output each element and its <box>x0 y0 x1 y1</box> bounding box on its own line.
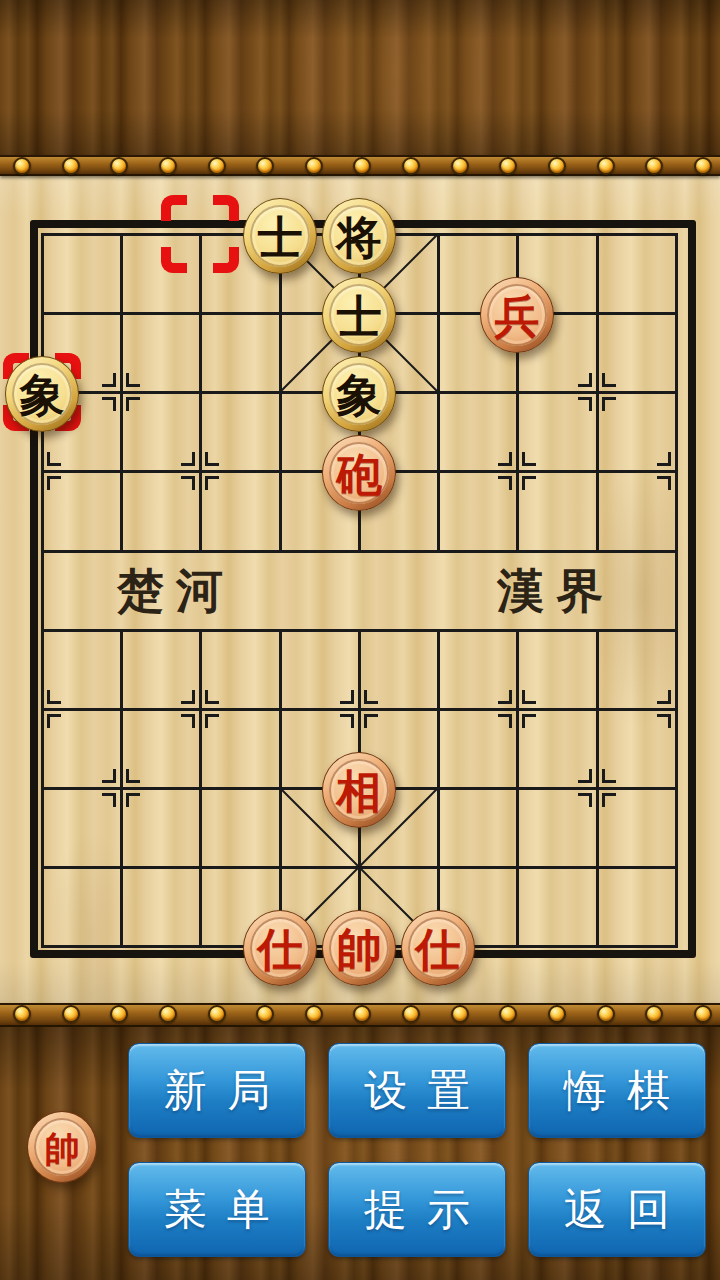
point-marker <box>205 452 219 466</box>
xiangqi-game-screen: 楚河 漢界 士将士兵象象砲相仕帥仕 帥 新局 设置 悔棋 菜单 提示 返回 <box>0 0 720 1280</box>
stud-icon <box>13 157 31 175</box>
point-marker <box>102 793 116 807</box>
hint-button[interactable]: 提示 <box>328 1162 506 1257</box>
stud-icon <box>305 1005 323 1023</box>
point-marker <box>47 690 61 704</box>
piece-face: 仕 <box>250 917 310 979</box>
settings-button[interactable]: 设置 <box>328 1043 506 1138</box>
piece-glyph: 仕 <box>258 925 303 972</box>
piece-red-elephant[interactable]: 相 <box>322 752 396 828</box>
stud-icon <box>208 1005 226 1023</box>
last-move-corner <box>213 247 239 273</box>
piece-face: 相 <box>329 759 389 821</box>
grid-line <box>41 233 44 948</box>
point-marker <box>657 452 671 466</box>
piece-black-general[interactable]: 将 <box>322 198 396 274</box>
point-marker <box>181 452 195 466</box>
piece-glyph: 帥 <box>337 925 382 972</box>
piece-glyph: 士 <box>258 213 303 260</box>
back-button[interactable]: 返回 <box>528 1162 706 1257</box>
piece-black-elephant[interactable]: 象 <box>5 356 79 432</box>
piece-face: 士 <box>329 284 389 346</box>
point-marker <box>181 476 195 490</box>
stud-icon <box>694 157 712 175</box>
piece-face: 士 <box>250 205 310 267</box>
point-marker <box>47 714 61 728</box>
turn-indicator-glyph: 帥 <box>45 1129 80 1166</box>
point-marker <box>498 452 512 466</box>
point-marker <box>364 714 378 728</box>
point-marker <box>602 769 616 783</box>
stud-icon <box>645 157 663 175</box>
stud-icon <box>645 1005 663 1023</box>
point-marker <box>181 690 195 704</box>
stud-icon <box>451 157 469 175</box>
piece-glyph: 象 <box>337 371 382 418</box>
piece-black-elephant[interactable]: 象 <box>322 356 396 432</box>
stud-icon <box>353 1005 371 1023</box>
grid-line <box>675 233 678 948</box>
stud-icon <box>548 1005 566 1023</box>
piece-face: 将 <box>329 205 389 267</box>
stud-icon <box>694 1005 712 1023</box>
stud-icon <box>548 157 566 175</box>
stud-icon <box>13 1005 31 1023</box>
last-move-corner <box>213 195 239 221</box>
undo-button[interactable]: 悔棋 <box>528 1043 706 1138</box>
point-marker <box>47 452 61 466</box>
point-marker <box>522 452 536 466</box>
stud-icon <box>597 1005 615 1023</box>
stud-icon <box>305 157 323 175</box>
point-marker <box>602 373 616 387</box>
point-marker <box>578 373 592 387</box>
point-marker <box>364 690 378 704</box>
piece-red-advisor[interactable]: 仕 <box>243 910 317 986</box>
turn-indicator-red-general: 帥 <box>27 1111 97 1183</box>
stud-icon <box>597 157 615 175</box>
grid-line <box>199 629 202 947</box>
point-marker <box>522 714 536 728</box>
point-marker <box>498 690 512 704</box>
stud-icon <box>110 157 128 175</box>
point-marker <box>578 769 592 783</box>
piece-face: 象 <box>329 363 389 425</box>
river-label-han-jie: 漢界 <box>470 560 630 623</box>
point-marker <box>602 397 616 411</box>
stud-icon <box>62 157 80 175</box>
stud-icon <box>159 1005 177 1023</box>
piece-red-cannon[interactable]: 砲 <box>322 435 396 511</box>
point-marker <box>205 690 219 704</box>
piece-glyph: 象 <box>20 371 65 418</box>
point-marker <box>126 397 140 411</box>
point-marker <box>181 714 195 728</box>
grid-line <box>596 629 599 947</box>
point-marker <box>102 397 116 411</box>
point-marker <box>578 397 592 411</box>
point-marker <box>498 476 512 490</box>
stud-icon <box>499 157 517 175</box>
menu-button[interactable]: 菜单 <box>128 1162 306 1257</box>
last-move-corner <box>161 195 187 221</box>
point-marker <box>657 690 671 704</box>
piece-black-advisor[interactable]: 士 <box>243 198 317 274</box>
piece-face: 象 <box>12 363 72 425</box>
grid-line <box>596 233 599 552</box>
piece-red-soldier[interactable]: 兵 <box>480 277 554 353</box>
point-marker <box>102 769 116 783</box>
point-marker <box>498 714 512 728</box>
piece-glyph: 砲 <box>337 450 382 497</box>
point-marker <box>126 793 140 807</box>
point-marker <box>340 714 354 728</box>
piece-glyph: 兵 <box>495 292 540 339</box>
piece-face: 帥 <box>34 1118 90 1176</box>
point-marker <box>578 793 592 807</box>
point-marker <box>602 793 616 807</box>
stud-icon <box>159 157 177 175</box>
point-marker <box>657 476 671 490</box>
river-label-chu-he: 楚河 <box>90 560 250 623</box>
piece-red-advisor[interactable]: 仕 <box>401 910 475 986</box>
grid-line <box>199 233 202 552</box>
last-move-corner <box>161 247 187 273</box>
grid-line <box>120 233 123 552</box>
stud-icon <box>256 157 274 175</box>
piece-black-advisor[interactable]: 士 <box>322 277 396 353</box>
point-marker <box>205 714 219 728</box>
piece-face: 仕 <box>408 917 468 979</box>
grid-line <box>120 629 123 947</box>
stud-icon <box>451 1005 469 1023</box>
new-game-button[interactable]: 新局 <box>128 1043 306 1138</box>
last-move-marker <box>161 195 239 273</box>
stud-icon <box>402 1005 420 1023</box>
stud-icon <box>402 157 420 175</box>
stud-icon <box>208 157 226 175</box>
piece-red-general[interactable]: 帥 <box>322 910 396 986</box>
point-marker <box>126 769 140 783</box>
point-marker <box>657 714 671 728</box>
piece-glyph: 相 <box>337 767 382 814</box>
piece-glyph: 士 <box>337 292 382 339</box>
point-marker <box>126 373 140 387</box>
piece-glyph: 将 <box>337 213 382 260</box>
stud-icon <box>110 1005 128 1023</box>
point-marker <box>205 476 219 490</box>
stud-icon <box>62 1005 80 1023</box>
stud-icon <box>256 1005 274 1023</box>
stud-icon <box>499 1005 517 1023</box>
piece-glyph: 仕 <box>416 925 461 972</box>
point-marker <box>522 476 536 490</box>
point-marker <box>340 690 354 704</box>
stud-icon <box>353 157 371 175</box>
piece-face: 帥 <box>329 917 389 979</box>
piece-face: 兵 <box>487 284 547 346</box>
point-marker <box>47 476 61 490</box>
piece-face: 砲 <box>329 442 389 504</box>
grid-line <box>516 629 519 947</box>
point-marker <box>522 690 536 704</box>
point-marker <box>102 373 116 387</box>
